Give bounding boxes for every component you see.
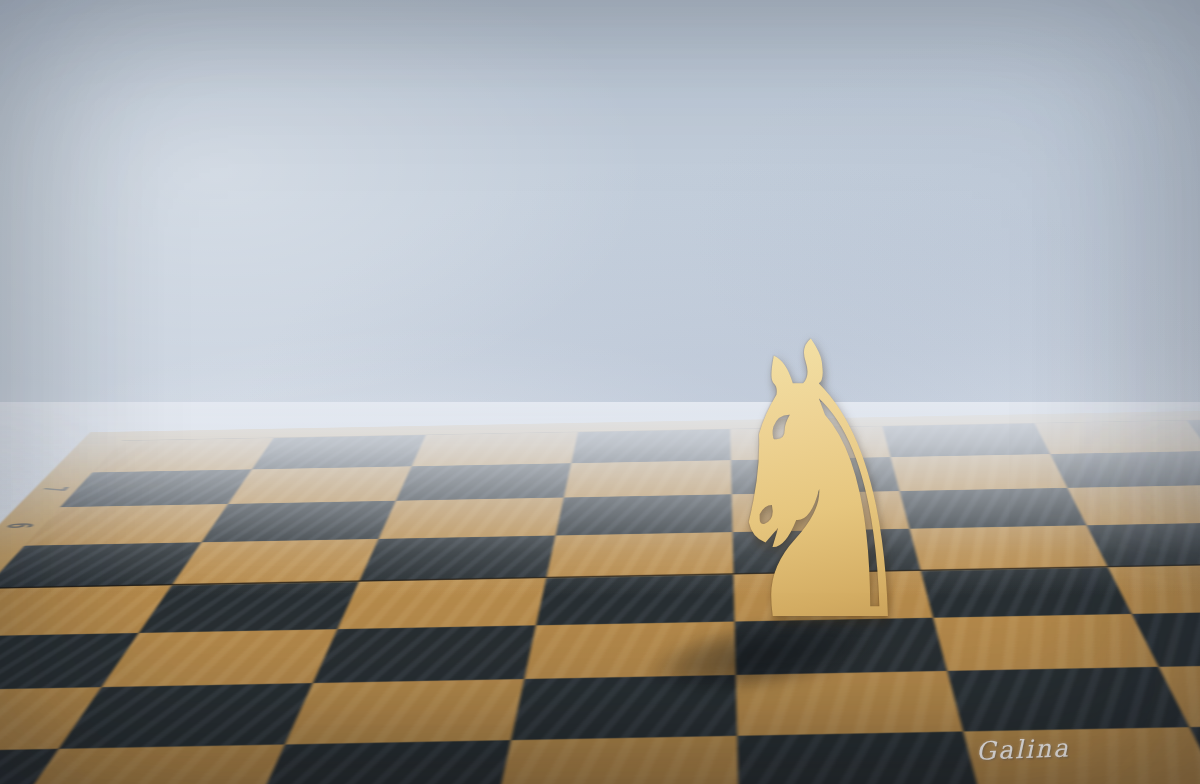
square-b8 (252, 435, 426, 469)
square-b3 (101, 629, 337, 687)
square-b2 (59, 683, 313, 749)
square-b4 (139, 581, 359, 633)
square-g8 (1035, 420, 1200, 454)
photo-scene: 567 ♞ Galina (0, 0, 1200, 784)
square-b6 (201, 501, 395, 543)
square-c5 (359, 535, 555, 581)
square-g5 (1087, 522, 1200, 567)
square-c6 (378, 498, 563, 539)
square-c7 (396, 463, 571, 500)
square-c3 (313, 625, 536, 683)
square-g7 (1050, 451, 1200, 488)
square-a8 (92, 438, 273, 472)
square-c8 (412, 432, 578, 466)
square-b7 (228, 466, 412, 504)
board-grid (0, 417, 1200, 784)
square-c2 (285, 679, 524, 744)
chess-board: 567 (0, 408, 1200, 784)
knight-icon: ♞ (709, 295, 927, 675)
square-b5 (172, 539, 379, 585)
square-c1 (253, 740, 511, 784)
square-d1 (496, 736, 739, 784)
square-e1 (737, 731, 982, 784)
signature-text: Galina (976, 733, 1071, 765)
square-c4 (337, 578, 546, 629)
white-knight-piece-e4: ♞ (628, 295, 1008, 685)
square-g6 (1067, 485, 1200, 526)
